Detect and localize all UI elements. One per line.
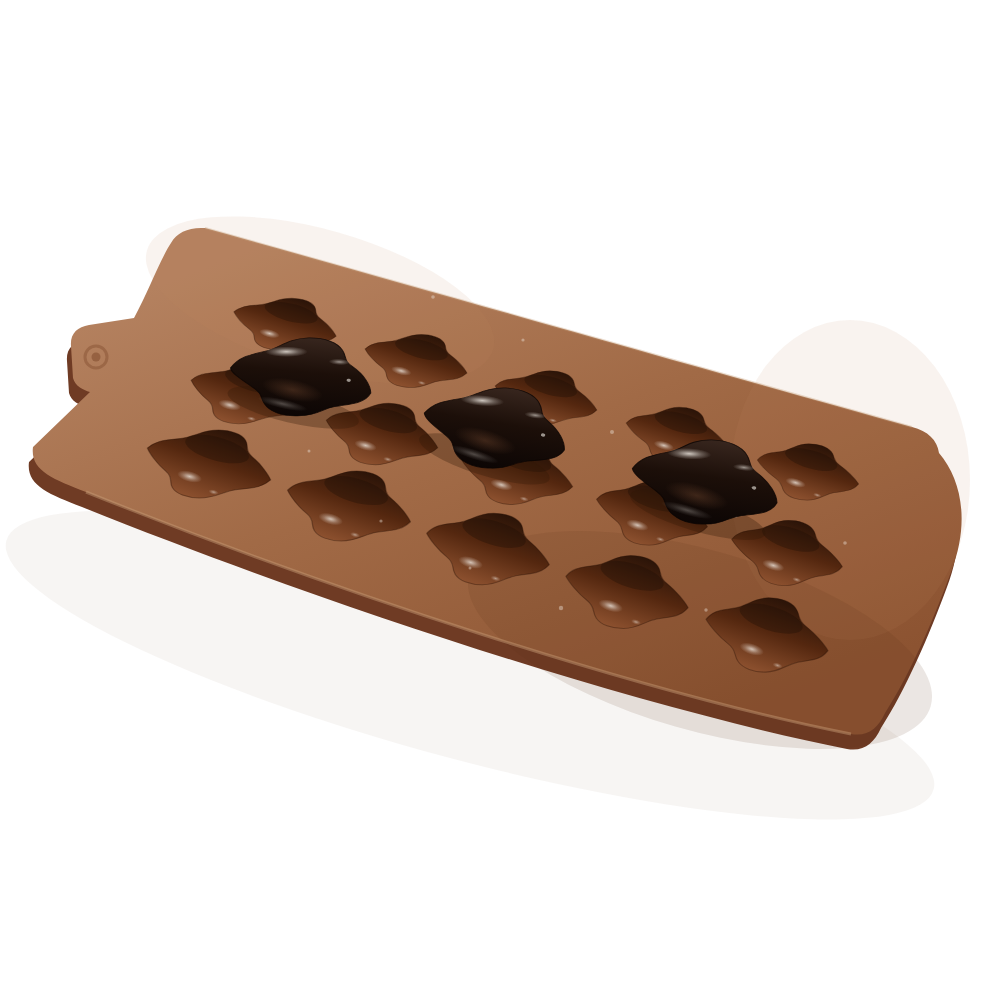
chocolate-mold-photo: [0, 0, 1000, 1000]
product-photo: [0, 0, 1000, 1000]
